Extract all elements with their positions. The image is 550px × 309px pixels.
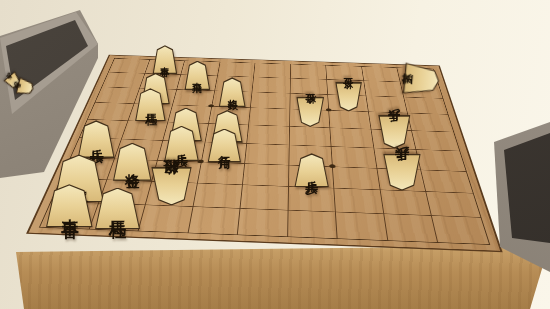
piece-kanji: 飛車 <box>184 61 210 90</box>
piece-kanji: 金将 <box>296 97 324 127</box>
piece-gote-G-33[interactable]: 金将 <box>335 82 362 112</box>
piece-kanji: 金将 <box>335 82 362 112</box>
tray-piece-1[interactable]: 歩兵 <box>16 77 36 97</box>
piece-sente-P-47[interactable]: 歩兵 <box>294 153 329 187</box>
piece-sente-P-76[interactable]: 歩兵 <box>164 126 199 161</box>
piece-kanji: 桂馬 <box>95 188 141 230</box>
piece-kanji: 香車 <box>46 184 94 227</box>
piece-gote-S-78[interactable]: 銀将 <box>151 167 192 206</box>
piece-sente-R-72[interactable]: 飛車 <box>184 61 210 90</box>
piece-gote-G-44[interactable]: 金将 <box>296 97 324 127</box>
pieces-layer: 香車飛車王将銀将銀将金将桂馬金将歩兵金将歩兵歩兵歩兵角行金将歩兵歩兵玉将銀将香車… <box>0 0 550 309</box>
piece-sente-P-96[interactable]: 歩兵 <box>77 120 115 158</box>
piece-kanji: 桂馬 <box>135 88 166 121</box>
piece-kanji: 銀将 <box>151 167 192 206</box>
piece-sente-L-99[interactable]: 香車 <box>46 184 94 227</box>
piece-kanji: 金将 <box>113 143 152 181</box>
piece-sente-N-89[interactable]: 桂馬 <box>95 188 141 230</box>
piece-sente-L-81[interactable]: 香車 <box>152 45 177 74</box>
piece-sente-B-66[interactable]: 角行 <box>207 129 241 163</box>
piece-kanji: 歩兵 <box>378 115 411 149</box>
piece-sente-N-84[interactable]: 桂馬 <box>135 88 166 121</box>
piece-gote-P-27[interactable]: 歩兵 <box>383 154 421 191</box>
piece-gote-P-25[interactable]: 歩兵 <box>378 115 411 149</box>
piece-kanji: 歩兵 <box>294 153 329 187</box>
piece-kanji: 歩兵 <box>383 154 421 191</box>
piece-sente-S-63[interactable]: 銀将 <box>219 77 246 107</box>
piece-kanji: 銀将 <box>219 77 246 107</box>
piece-kanji: 歩兵 <box>16 77 36 97</box>
shogi-scene: 香車飛車王将銀将銀将金将桂馬金将歩兵金将歩兵歩兵歩兵角行金将歩兵歩兵玉将銀将香車… <box>0 0 550 309</box>
piece-kanji: 歩兵 <box>77 120 115 158</box>
piece-kanji: 歩兵 <box>164 126 199 161</box>
piece-kanji: 王将 <box>403 63 441 97</box>
piece-sente-G-87[interactable]: 金将 <box>113 143 152 181</box>
piece-kanji: 香車 <box>152 45 177 74</box>
piece-kanji: 角行 <box>207 129 241 163</box>
piece-gote-K-12[interactable]: 王将 <box>403 63 441 97</box>
